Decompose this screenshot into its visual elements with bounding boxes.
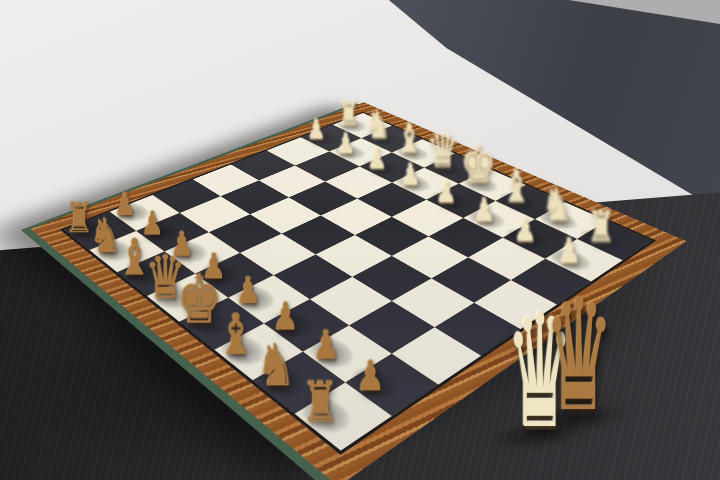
piece-black-king-e8[interactable]: ♚ <box>177 267 223 334</box>
extra-black-queen[interactable]: ♛ <box>544 279 614 434</box>
piece-white-pawn-e2[interactable]: ♟ <box>436 177 457 208</box>
square-f4[interactable] <box>392 236 469 278</box>
piece-black-rook-h8[interactable]: ♜ <box>301 374 339 430</box>
piece-white-pawn-b2[interactable]: ♟ <box>336 130 355 158</box>
scene: ♜♞♝♛♚♝♞♜♟♟♟♟♟♟♟♟♟♟♟♟♟♟♟♟♜♞♝♛♚♝♞♜ ♛ ♛ <box>0 0 720 480</box>
piece-white-pawn-g2[interactable]: ♟ <box>514 213 537 247</box>
piece-white-pawn-c2[interactable]: ♟ <box>367 144 387 173</box>
piece-black-bishop-f8[interactable]: ♝ <box>217 306 256 363</box>
piece-black-pawn-g7[interactable]: ♟ <box>313 325 340 365</box>
piece-white-pawn-d2[interactable]: ♟ <box>400 160 420 190</box>
piece-white-queen-d1[interactable]: ♛ <box>427 127 459 174</box>
piece-white-knight-b1[interactable]: ♞ <box>365 106 391 144</box>
piece-white-bishop-f1[interactable]: ♝ <box>502 165 532 209</box>
piece-white-rook-a1[interactable]: ♜ <box>337 97 360 131</box>
piece-white-pawn-h2[interactable]: ♟ <box>558 234 582 269</box>
piece-white-pawn-f2[interactable]: ♟ <box>474 194 496 226</box>
square-d4[interactable] <box>321 199 392 235</box>
piece-white-bishop-c1[interactable]: ♝ <box>396 119 423 159</box>
piece-black-pawn-h7[interactable]: ♟ <box>356 355 385 397</box>
piece-white-king-e1[interactable]: ♚ <box>461 139 497 192</box>
piece-white-knight-g1[interactable]: ♞ <box>542 183 572 228</box>
piece-black-knight-g8[interactable]: ♞ <box>257 336 297 395</box>
piece-white-pawn-a2[interactable]: ♟ <box>307 116 326 144</box>
piece-white-rook-h1[interactable]: ♜ <box>587 206 616 248</box>
